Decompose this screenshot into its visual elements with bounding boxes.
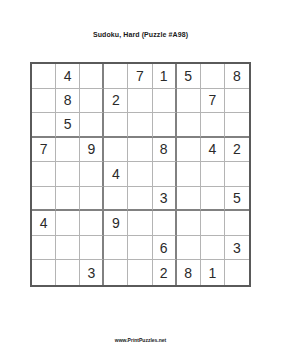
footer-url: www.PrintPuzzles.net [0, 337, 281, 343]
sudoku-cell-r4c1[interactable]: 7 [32, 138, 56, 163]
sudoku-cell-r9c6[interactable]: 2 [153, 260, 177, 285]
sudoku-cell-r7c4[interactable]: 9 [104, 211, 128, 236]
sudoku-cell-r1c3[interactable] [80, 64, 104, 89]
sudoku-cell-r2c2[interactable]: 8 [56, 89, 80, 114]
sudoku-cell-r8c9[interactable]: 3 [225, 236, 249, 261]
sudoku-cell-r3c7[interactable] [177, 113, 201, 138]
sudoku-cell-r5c3[interactable] [80, 162, 104, 187]
sudoku-cell-r6c2[interactable] [56, 187, 80, 212]
sudoku-cell-r8c2[interactable] [56, 236, 80, 261]
sudoku-cell-r8c8[interactable] [201, 236, 225, 261]
sudoku-cell-r1c6[interactable]: 1 [153, 64, 177, 89]
sudoku-cell-r5c6[interactable] [153, 162, 177, 187]
sudoku-cell-r7c8[interactable] [201, 211, 225, 236]
sudoku-cell-r6c9[interactable]: 5 [225, 187, 249, 212]
sudoku-cell-r5c1[interactable] [32, 162, 56, 187]
sudoku-cell-r5c2[interactable] [56, 162, 80, 187]
sudoku-cell-r4c9[interactable]: 2 [225, 138, 249, 163]
sudoku-cell-r2c3[interactable] [80, 89, 104, 114]
sudoku-cell-r1c7[interactable]: 5 [177, 64, 201, 89]
sudoku-cell-r1c2[interactable]: 4 [56, 64, 80, 89]
sudoku-cell-r4c5[interactable] [128, 138, 152, 163]
sudoku-cell-r6c3[interactable] [80, 187, 104, 212]
sudoku-cell-r9c2[interactable] [56, 260, 80, 285]
sudoku-cell-r8c4[interactable] [104, 236, 128, 261]
sudoku-cell-r6c1[interactable] [32, 187, 56, 212]
sudoku-cell-r2c5[interactable] [128, 89, 152, 114]
sudoku-cell-r8c7[interactable] [177, 236, 201, 261]
sudoku-cell-r6c4[interactable] [104, 187, 128, 212]
sudoku-cell-r2c6[interactable] [153, 89, 177, 114]
sudoku-cell-r4c6[interactable]: 8 [153, 138, 177, 163]
puzzle-title: Sudoku, Hard (Puzzle #A98) [0, 31, 281, 38]
sudoku-cell-r7c6[interactable] [153, 211, 177, 236]
sudoku-cell-r3c3[interactable] [80, 113, 104, 138]
sudoku-cell-r2c4[interactable]: 2 [104, 89, 128, 114]
sudoku-cell-r9c3[interactable]: 3 [80, 260, 104, 285]
sudoku-cell-r1c5[interactable]: 7 [128, 64, 152, 89]
sudoku-cell-r7c2[interactable] [56, 211, 80, 236]
sudoku-cell-r8c5[interactable] [128, 236, 152, 261]
sudoku-cell-r3c9[interactable] [225, 113, 249, 138]
sudoku-cell-r2c9[interactable] [225, 89, 249, 114]
sudoku-cell-r5c7[interactable] [177, 162, 201, 187]
sudoku-cell-r4c4[interactable] [104, 138, 128, 163]
sudoku-cell-r1c1[interactable] [32, 64, 56, 89]
sudoku-cell-r2c8[interactable]: 7 [201, 89, 225, 114]
sudoku-cell-r3c4[interactable] [104, 113, 128, 138]
sudoku-cell-r9c5[interactable] [128, 260, 152, 285]
sudoku-grid: 4715882757984243549633281 [30, 62, 251, 287]
sudoku-cell-r6c7[interactable] [177, 187, 201, 212]
sudoku-cell-r1c8[interactable] [201, 64, 225, 89]
sudoku-cell-r8c6[interactable]: 6 [153, 236, 177, 261]
sudoku-cell-r7c7[interactable] [177, 211, 201, 236]
sudoku-cell-r8c3[interactable] [80, 236, 104, 261]
sudoku-cell-r3c6[interactable] [153, 113, 177, 138]
sudoku-cell-r5c5[interactable] [128, 162, 152, 187]
sudoku-cell-r5c4[interactable]: 4 [104, 162, 128, 187]
sudoku-cell-r9c4[interactable] [104, 260, 128, 285]
sudoku-cell-r1c9[interactable]: 8 [225, 64, 249, 89]
sudoku-cell-r9c8[interactable]: 1 [201, 260, 225, 285]
sudoku-cell-r8c1[interactable] [32, 236, 56, 261]
sudoku-cell-r9c9[interactable] [225, 260, 249, 285]
sudoku-cell-r5c8[interactable] [201, 162, 225, 187]
sudoku-cell-r7c5[interactable] [128, 211, 152, 236]
sudoku-cell-r2c1[interactable] [32, 89, 56, 114]
sudoku-cell-r1c4[interactable] [104, 64, 128, 89]
sudoku-cell-r6c8[interactable] [201, 187, 225, 212]
sudoku-cell-r5c9[interactable] [225, 162, 249, 187]
sudoku-cell-r6c6[interactable]: 3 [153, 187, 177, 212]
sudoku-cell-r3c2[interactable]: 5 [56, 113, 80, 138]
sudoku-cell-r7c1[interactable]: 4 [32, 211, 56, 236]
puzzle-page: Sudoku, Hard (Puzzle #A98) 4715882757984… [0, 0, 281, 363]
sudoku-cell-r9c1[interactable] [32, 260, 56, 285]
sudoku-cell-r2c7[interactable] [177, 89, 201, 114]
sudoku-cell-r4c7[interactable] [177, 138, 201, 163]
sudoku-cell-r4c3[interactable]: 9 [80, 138, 104, 163]
sudoku-cell-r6c5[interactable] [128, 187, 152, 212]
sudoku-cell-r3c1[interactable] [32, 113, 56, 138]
sudoku-cell-r3c5[interactable] [128, 113, 152, 138]
sudoku-cell-r4c2[interactable] [56, 138, 80, 163]
sudoku-cell-r3c8[interactable] [201, 113, 225, 138]
sudoku-cell-r7c3[interactable] [80, 211, 104, 236]
sudoku-cell-r9c7[interactable]: 8 [177, 260, 201, 285]
sudoku-cell-r7c9[interactable] [225, 211, 249, 236]
sudoku-cell-r4c8[interactable]: 4 [201, 138, 225, 163]
